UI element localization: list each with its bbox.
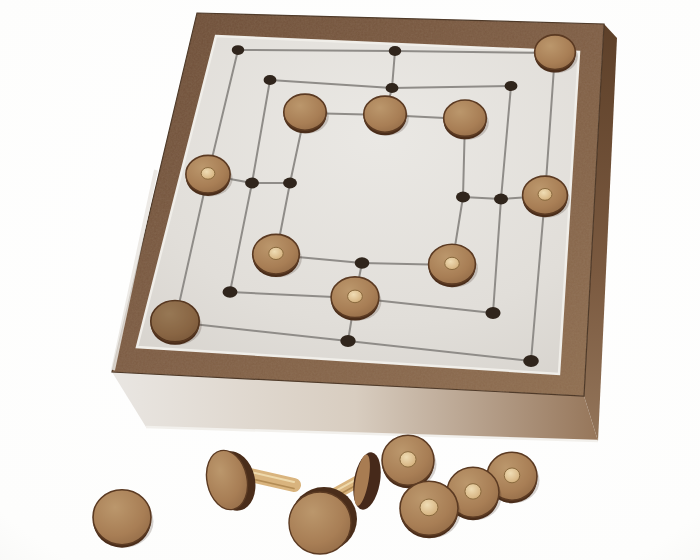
point-b2-hole[interactable] bbox=[223, 286, 238, 298]
peg-top bbox=[400, 452, 416, 468]
point-f6-hole[interactable] bbox=[505, 81, 518, 91]
peg-top bbox=[201, 168, 215, 180]
peg-top bbox=[269, 247, 283, 259]
peg-top bbox=[538, 188, 552, 200]
point-d1-hole[interactable] bbox=[340, 335, 355, 347]
point-b6-hole[interactable] bbox=[264, 75, 277, 85]
peg-top bbox=[420, 499, 438, 516]
piece-face bbox=[364, 96, 407, 132]
point-a7-hole[interactable] bbox=[232, 45, 245, 55]
point-b4-hole[interactable] bbox=[245, 178, 259, 189]
peg-top bbox=[445, 257, 460, 269]
game-box bbox=[112, 13, 617, 441]
grid-line-a7-d7 bbox=[238, 50, 395, 51]
piece-face bbox=[535, 35, 576, 70]
morris-photo bbox=[0, 0, 700, 560]
piece-face bbox=[284, 94, 326, 130]
point-d3-hole[interactable] bbox=[355, 257, 370, 268]
peg-top bbox=[465, 484, 481, 500]
point-e4-hole[interactable] bbox=[456, 192, 470, 203]
piece-face bbox=[289, 492, 351, 554]
point-d6-hole[interactable] bbox=[386, 83, 399, 93]
point-c4-hole[interactable] bbox=[283, 178, 297, 189]
piece-face bbox=[93, 490, 151, 545]
point-g1-hole[interactable] bbox=[523, 355, 539, 367]
scene bbox=[0, 0, 700, 560]
piece-face bbox=[444, 100, 487, 136]
point-f4-hole[interactable] bbox=[494, 194, 508, 205]
peg-top bbox=[348, 290, 363, 303]
piece-shade bbox=[151, 301, 200, 342]
point-f2-hole[interactable] bbox=[485, 307, 500, 319]
point-d7-hole[interactable] bbox=[389, 46, 402, 56]
peg-top bbox=[504, 468, 520, 483]
